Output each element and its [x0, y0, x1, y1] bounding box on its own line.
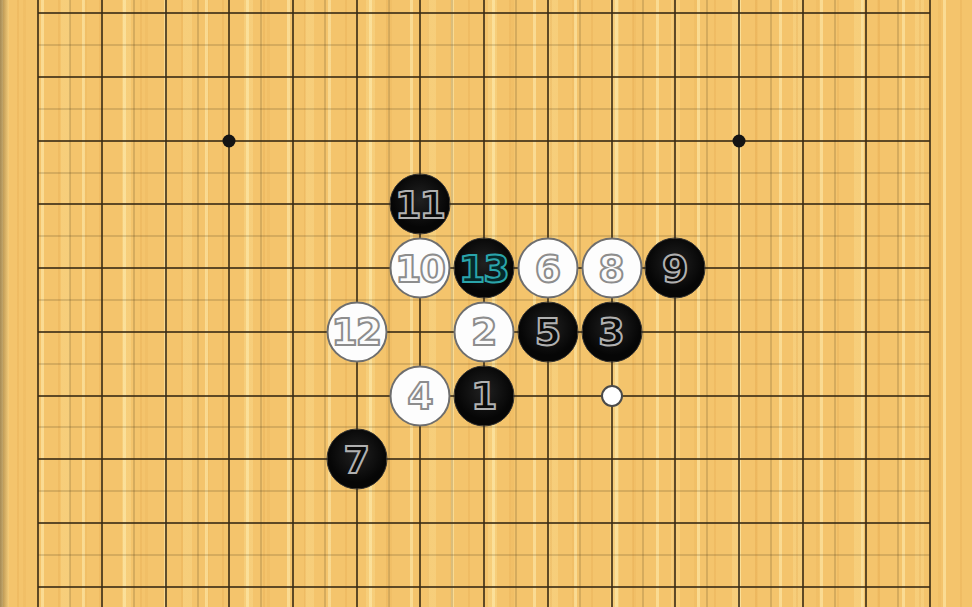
grid-line-vertical — [228, 0, 230, 607]
stone-move-number: 1 — [471, 377, 495, 415]
ghost-halfline-vertical — [834, 0, 836, 607]
grid-line-vertical — [419, 0, 421, 607]
stone-white-2: 2 — [454, 301, 515, 362]
ghost-halfline-vertical — [770, 0, 772, 607]
ghost-halfline-vertical — [69, 0, 71, 607]
stone-move-number: 3 — [598, 313, 622, 351]
ghost-halfline-vertical — [260, 0, 262, 607]
stone-black-13: 13 — [454, 238, 515, 299]
stone-white-6: 6 — [517, 238, 578, 299]
stone-white-4: 4 — [390, 365, 451, 426]
ghost-halfline-vertical — [388, 0, 390, 607]
ghost-halfline-vertical — [133, 0, 135, 607]
ghost-halfline-vertical — [642, 0, 644, 607]
grid-line-vertical — [929, 0, 931, 607]
stone-black-1: 1 — [454, 365, 515, 426]
grid-line-vertical — [101, 0, 103, 607]
stone-black-9: 9 — [645, 238, 706, 299]
ghost-halfline-vertical — [197, 0, 199, 607]
stone-move-number: 5 — [535, 313, 559, 351]
grid-line-vertical — [738, 0, 740, 607]
stone-move-number: 2 — [471, 313, 495, 351]
next-move-marker — [601, 385, 623, 407]
star-point — [732, 134, 745, 147]
grid-line-vertical — [802, 0, 804, 607]
grid-line-horizontal — [38, 522, 930, 524]
stone-move-number: 6 — [535, 249, 559, 287]
board-grid[interactable]: 12345678910111213 — [38, 0, 930, 607]
ghost-halfline-vertical — [706, 0, 708, 607]
ghost-halfline-vertical — [515, 0, 517, 607]
grid-line-vertical — [674, 0, 676, 607]
grid-line-horizontal — [38, 458, 930, 460]
ghost-halfline-vertical — [451, 0, 453, 607]
stone-move-number: 7 — [344, 440, 368, 478]
goban-stage: 12345678910111213 — [0, 0, 972, 607]
stone-black-5: 5 — [517, 301, 578, 362]
stone-white-8: 8 — [581, 238, 642, 299]
ghost-halfline-vertical — [324, 0, 326, 607]
ghost-halfline-vertical — [897, 0, 899, 607]
ghost-halfline-horizontal — [38, 490, 930, 492]
grid-line-vertical — [865, 0, 867, 607]
stone-move-number: 13 — [459, 249, 508, 287]
stone-black-11: 11 — [390, 174, 451, 235]
stone-black-7: 7 — [326, 429, 387, 490]
stone-move-number: 11 — [395, 185, 444, 223]
stone-move-number: 8 — [598, 249, 622, 287]
stone-move-number: 10 — [395, 249, 444, 287]
grid-line-vertical — [165, 0, 167, 607]
stone-white-12: 12 — [326, 301, 387, 362]
ghost-halfline-horizontal — [38, 554, 930, 556]
ghost-halfline-horizontal — [38, 426, 930, 428]
grid-line-vertical — [292, 0, 294, 607]
stone-white-10: 10 — [390, 238, 451, 299]
ghost-halfline-vertical — [579, 0, 581, 607]
stone-black-3: 3 — [581, 301, 642, 362]
grid-line-vertical — [37, 0, 39, 607]
stone-move-number: 4 — [407, 377, 431, 415]
stone-move-number: 9 — [662, 249, 686, 287]
grid-line-horizontal — [38, 586, 930, 588]
star-point — [223, 134, 236, 147]
board-left-edge-shadow — [0, 0, 9, 607]
stone-move-number: 12 — [331, 313, 380, 351]
